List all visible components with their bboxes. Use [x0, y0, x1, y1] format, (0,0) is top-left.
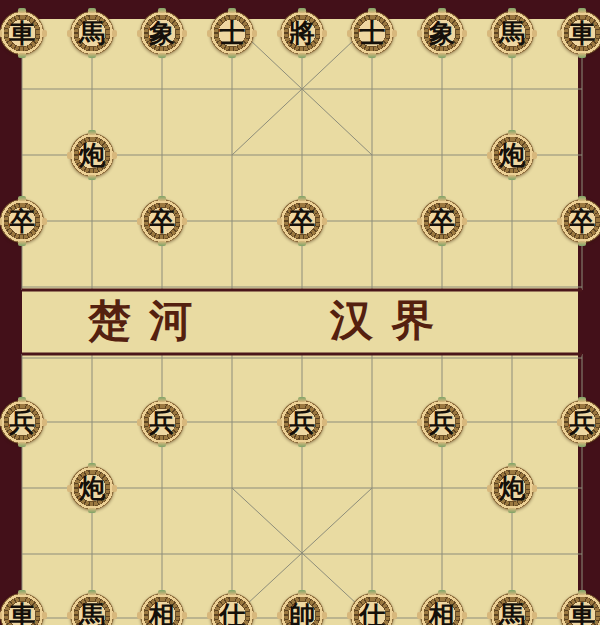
piece-black-soldier-3[interactable]: 卒: [280, 199, 324, 243]
piece-black-horse-1[interactable]: 馬: [70, 11, 114, 55]
piece-label: 士: [210, 11, 254, 55]
piece-black-chariot-2[interactable]: 車: [560, 11, 600, 55]
piece-label: 象: [420, 11, 464, 55]
piece-label: 象: [140, 11, 184, 55]
piece-label: 卒: [420, 199, 464, 243]
piece-red-chariot-1[interactable]: 車: [0, 593, 44, 625]
piece-red-general[interactable]: 帥: [280, 593, 324, 625]
piece-label: 兵: [280, 400, 324, 444]
piece-label: 帥: [280, 593, 324, 625]
piece-black-advisor-2[interactable]: 士: [350, 11, 394, 55]
piece-label: 馬: [70, 593, 114, 625]
piece-black-cannon-1[interactable]: 炮: [70, 133, 114, 177]
piece-label: 炮: [70, 133, 114, 177]
piece-red-soldier-1[interactable]: 兵: [0, 400, 44, 444]
piece-label: 士: [350, 11, 394, 55]
piece-label: 仕: [210, 593, 254, 625]
piece-label: 炮: [490, 466, 534, 510]
piece-label: 相: [140, 593, 184, 625]
piece-red-elephant-2[interactable]: 相: [420, 593, 464, 625]
piece-label: 兵: [140, 400, 184, 444]
piece-label: 仕: [350, 593, 394, 625]
piece-label: 卒: [0, 199, 44, 243]
piece-red-soldier-5[interactable]: 兵: [560, 400, 600, 444]
piece-red-cannon-2[interactable]: 炮: [490, 466, 534, 510]
piece-red-advisor-1[interactable]: 仕: [210, 593, 254, 625]
piece-label: 相: [420, 593, 464, 625]
piece-red-chariot-2[interactable]: 車: [560, 593, 600, 625]
piece-black-soldier-5[interactable]: 卒: [560, 199, 600, 243]
piece-label: 車: [0, 11, 44, 55]
piece-red-horse-2[interactable]: 馬: [490, 593, 534, 625]
piece-label: 兵: [560, 400, 600, 444]
piece-label: 馬: [490, 593, 534, 625]
piece-label: 卒: [560, 199, 600, 243]
piece-black-soldier-4[interactable]: 卒: [420, 199, 464, 243]
piece-red-horse-1[interactable]: 馬: [70, 593, 114, 625]
piece-label: 炮: [70, 466, 114, 510]
river-label-han-jie: 汉界: [330, 297, 452, 344]
piece-red-soldier-4[interactable]: 兵: [420, 400, 464, 444]
piece-label: 將: [280, 11, 324, 55]
piece-label: 車: [560, 11, 600, 55]
piece-black-soldier-1[interactable]: 卒: [0, 199, 44, 243]
xiangqi-board: 楚河 汉界 車馬象士將士象馬車炮炮卒卒卒卒卒兵兵兵兵兵炮炮車馬相仕帥仕相馬車: [0, 0, 600, 625]
piece-black-general[interactable]: 將: [280, 11, 324, 55]
piece-black-horse-2[interactable]: 馬: [490, 11, 534, 55]
piece-red-soldier-3[interactable]: 兵: [280, 400, 324, 444]
piece-label: 兵: [420, 400, 464, 444]
river-label-chu-he: 楚河: [88, 297, 210, 344]
piece-red-cannon-1[interactable]: 炮: [70, 466, 114, 510]
piece-label: 馬: [490, 11, 534, 55]
piece-red-elephant-1[interactable]: 相: [140, 593, 184, 625]
piece-label: 兵: [0, 400, 44, 444]
piece-red-advisor-2[interactable]: 仕: [350, 593, 394, 625]
piece-label: 馬: [70, 11, 114, 55]
piece-label: 車: [0, 593, 44, 625]
piece-red-soldier-2[interactable]: 兵: [140, 400, 184, 444]
piece-label: 卒: [140, 199, 184, 243]
piece-black-cannon-2[interactable]: 炮: [490, 133, 534, 177]
piece-black-elephant-1[interactable]: 象: [140, 11, 184, 55]
piece-black-advisor-1[interactable]: 士: [210, 11, 254, 55]
piece-black-elephant-2[interactable]: 象: [420, 11, 464, 55]
piece-label: 炮: [490, 133, 534, 177]
piece-black-soldier-2[interactable]: 卒: [140, 199, 184, 243]
piece-label: 卒: [280, 199, 324, 243]
piece-black-chariot-1[interactable]: 車: [0, 11, 44, 55]
piece-label: 車: [560, 593, 600, 625]
